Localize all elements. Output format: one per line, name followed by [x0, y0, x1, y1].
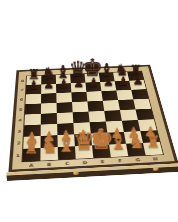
piece-white-pawn-a2: ♟	[23, 114, 40, 144]
piece-white-pawn-g2: ♟	[125, 110, 142, 140]
product-photo-background: ♜♞♝♛♚♝♞♜♟♟♟♟♟♟♟♟♟♟♟♟♟♟♟♟♜♞♝♛♚♝♞♜ ABCDEFG…	[0, 0, 178, 222]
piece-white-pawn-b2: ♟	[41, 114, 58, 144]
piece-white-bishop-f1: ♝	[110, 122, 127, 152]
rank-label-2: 2	[13, 137, 23, 150]
piece-white-pawn-c2: ♟	[58, 113, 75, 143]
chess-board: ♜♞♝♛♚♝♞♜♟♟♟♟♟♟♟♟♟♟♟♟♟♟♟♟♜♞♝♛♚♝♞♜ ABCDEFG…	[8, 65, 178, 173]
pieces-layer: ♜♞♝♛♚♝♞♜♟♟♟♟♟♟♟♟♟♟♟♟♟♟♟♟♜♞♝♛♚♝♞♜	[23, 71, 163, 161]
rank-label-4: 4	[15, 115, 25, 126]
piece-white-knight-g1: ♞	[128, 121, 145, 151]
piece-white-bishop-c1: ♝	[58, 124, 76, 155]
rank-label-3: 3	[14, 125, 24, 137]
rank-label-6: 6	[17, 94, 26, 104]
piece-white-pawn-e2: ♟	[92, 111, 109, 141]
piece-white-knight-b1: ♞	[40, 125, 58, 156]
brass-clasp	[73, 171, 79, 175]
piece-white-pawn-d2: ♟	[75, 112, 92, 142]
chess-set-scene: ♜♞♝♛♚♝♞♜♟♟♟♟♟♟♟♟♟♟♟♟♟♟♟♟♜♞♝♛♚♝♞♜ ABCDEFG…	[0, 0, 178, 222]
brass-clasp	[153, 167, 159, 171]
piece-white-pawn-f2: ♟	[108, 110, 125, 140]
rank-label-7: 7	[17, 85, 26, 95]
